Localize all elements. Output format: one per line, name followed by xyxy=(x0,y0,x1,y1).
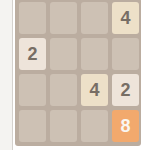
empty-cell-r4c3 xyxy=(81,110,108,142)
empty-cell-r4c1 xyxy=(19,110,46,142)
tile-4-r3c3: 4 xyxy=(81,74,108,106)
game-board-2048[interactable]: 42428 xyxy=(15,0,141,146)
empty-cell-r2c4 xyxy=(112,38,139,70)
empty-cell-r2c2 xyxy=(50,38,77,70)
tile-2-r2c1: 2 xyxy=(19,38,46,70)
empty-cell-r3c2 xyxy=(50,74,77,106)
tile-4-r1c4: 4 xyxy=(112,2,139,34)
empty-cell-r1c1 xyxy=(19,2,46,34)
page-left-gutter xyxy=(0,0,13,150)
empty-cell-r3c1 xyxy=(19,74,46,106)
empty-cell-r1c3 xyxy=(81,2,108,34)
tile-8-r4c4: 8 xyxy=(112,110,139,142)
tile-2-r3c4: 2 xyxy=(112,74,139,106)
empty-cell-r1c2 xyxy=(50,2,77,34)
empty-cell-r4c2 xyxy=(50,110,77,142)
empty-cell-r2c3 xyxy=(81,38,108,70)
